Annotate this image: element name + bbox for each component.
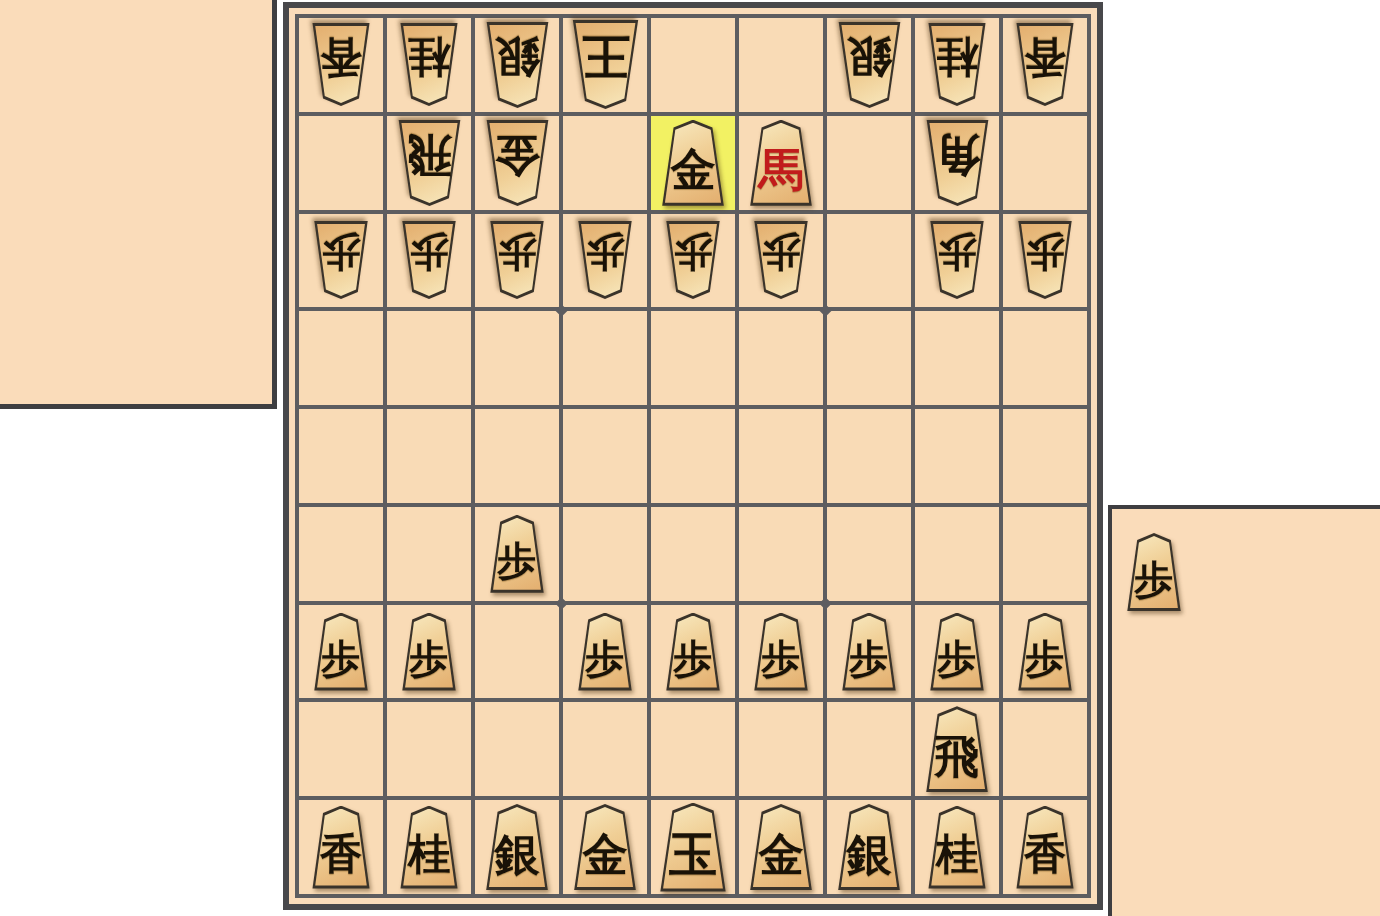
- koma-gote-pawn[interactable]: 歩: [1016, 221, 1074, 299]
- board-cell-46[interactable]: [739, 507, 823, 601]
- koma-kanji: 玉: [669, 816, 717, 878]
- board-cell-47[interactable]: 歩: [739, 605, 823, 699]
- koma-kanji: 歩: [762, 234, 801, 287]
- board-cell-95[interactable]: [299, 409, 383, 503]
- koma-kanji: 歩: [674, 234, 713, 287]
- koma-sente-pawn[interactable]: 歩: [752, 613, 810, 691]
- koma-sente-silver[interactable]: 銀: [484, 804, 551, 890]
- koma-gote-lance[interactable]: 香: [310, 23, 372, 106]
- board-cell-39[interactable]: 銀: [827, 800, 911, 894]
- koma-gote-pawn[interactable]: 歩: [752, 221, 810, 299]
- koma-gote-rook[interactable]: 飛: [396, 120, 463, 206]
- koma-kanji: 飛: [935, 720, 980, 779]
- koma-sente-pawn[interactable]: 歩: [664, 613, 722, 691]
- koma-kanji: 歩: [850, 625, 889, 678]
- board-cell-94[interactable]: [299, 311, 383, 405]
- koma-kanji: 桂: [408, 819, 450, 875]
- board-cell-67[interactable]: 歩: [563, 605, 647, 699]
- sente-hand-tray: 歩: [1108, 505, 1380, 916]
- koma-sente-knight[interactable]: 桂: [398, 806, 460, 889]
- board-cell-85[interactable]: [387, 409, 471, 503]
- koma-sente-lance[interactable]: 香: [1014, 806, 1076, 889]
- board-cell-64[interactable]: [563, 311, 647, 405]
- koma-sente-pawn[interactable]: 歩: [576, 613, 634, 691]
- board-cell-49[interactable]: 金: [739, 800, 823, 894]
- koma-kanji: 銀: [847, 818, 892, 877]
- board-cell-37[interactable]: 歩: [827, 605, 911, 699]
- board-cell-77[interactable]: [475, 605, 559, 699]
- koma-kanji: 歩: [498, 234, 537, 287]
- board-cell-11[interactable]: 香: [1003, 18, 1087, 112]
- koma-gote-silver[interactable]: 銀: [484, 22, 551, 108]
- koma-sente-gold[interactable]: 金: [660, 120, 727, 206]
- koma-kanji: 歩: [1026, 625, 1065, 678]
- board-cell-59[interactable]: 玉: [651, 800, 735, 894]
- board-cell-28[interactable]: 飛: [915, 702, 999, 796]
- board-cell-79[interactable]: 銀: [475, 800, 559, 894]
- koma-sente-pawn[interactable]: 歩: [840, 613, 898, 691]
- koma-kanji: 歩: [762, 625, 801, 678]
- board-cell-88[interactable]: [387, 702, 471, 796]
- board-cell-58[interactable]: [651, 702, 735, 796]
- board-cell-45[interactable]: [739, 409, 823, 503]
- board-cell-16[interactable]: [1003, 507, 1087, 601]
- board-cell-53[interactable]: 歩: [651, 214, 735, 308]
- koma-sente-pawn[interactable]: 歩: [400, 613, 458, 691]
- koma-sente-pawn[interactable]: 歩: [928, 613, 986, 691]
- board-cell-21[interactable]: 桂: [915, 18, 999, 112]
- koma-sente-silver[interactable]: 銀: [836, 804, 903, 890]
- board-cell-36[interactable]: [827, 507, 911, 601]
- koma-kanji: 香: [320, 819, 362, 875]
- board-cell-65[interactable]: [563, 409, 647, 503]
- board-cell-62[interactable]: [563, 116, 647, 210]
- koma-kanji: 香: [1024, 37, 1066, 93]
- shogi-board: 香桂銀王銀桂香飛金金馬角歩歩歩歩歩歩歩歩歩歩歩歩歩歩歩歩歩飛香桂銀金玉金銀桂香: [283, 2, 1103, 910]
- board-cell-35[interactable]: [827, 409, 911, 503]
- koma-gote-gold[interactable]: 金: [484, 120, 551, 206]
- koma-sente-rook[interactable]: 飛: [924, 706, 991, 792]
- koma-kanji: 馬: [759, 133, 804, 192]
- koma-kanji: 歩: [938, 234, 977, 287]
- koma-kanji: 桂: [936, 37, 978, 93]
- koma-gote-pawn[interactable]: 歩: [312, 221, 370, 299]
- board-cell-31[interactable]: 銀: [827, 18, 911, 112]
- board-cell-14[interactable]: [1003, 311, 1087, 405]
- board-cell-56[interactable]: [651, 507, 735, 601]
- board-cell-73[interactable]: 歩: [475, 214, 559, 308]
- koma-sente-king-sente[interactable]: 玉: [658, 803, 729, 892]
- board-cell-78[interactable]: [475, 702, 559, 796]
- board-cell-32[interactable]: [827, 116, 911, 210]
- koma-gote-pawn[interactable]: 歩: [488, 221, 546, 299]
- board-cell-55[interactable]: [651, 409, 735, 503]
- board-cell-57[interactable]: 歩: [651, 605, 735, 699]
- board-cell-25[interactable]: [915, 409, 999, 503]
- koma-gote-lance[interactable]: 香: [1014, 23, 1076, 106]
- board-cell-23[interactable]: 歩: [915, 214, 999, 308]
- koma-sente-lance[interactable]: 香: [310, 806, 372, 889]
- sente-hand-pieces: 歩: [1125, 533, 1380, 611]
- board-cell-81[interactable]: 桂: [387, 18, 471, 112]
- koma-sente-pawn[interactable]: 歩: [312, 613, 370, 691]
- board-cell-19[interactable]: 香: [1003, 800, 1087, 894]
- board-cell-93[interactable]: 歩: [299, 214, 383, 308]
- koma-kanji: 銀: [847, 35, 892, 94]
- board-cell-89[interactable]: 桂: [387, 800, 471, 894]
- board-cell-34[interactable]: [827, 311, 911, 405]
- koma-kanji: 歩: [674, 625, 713, 678]
- board-cell-96[interactable]: [299, 507, 383, 601]
- koma-sente-pawn[interactable]: 歩: [488, 515, 546, 593]
- koma-gote-knight[interactable]: 桂: [398, 23, 460, 106]
- board-cell-76[interactable]: 歩: [475, 507, 559, 601]
- koma-kanji: 飛: [407, 133, 452, 192]
- board-cell-61[interactable]: 王: [563, 18, 647, 112]
- koma-sente-knight[interactable]: 桂: [926, 806, 988, 889]
- koma-kanji: 香: [1024, 819, 1066, 875]
- koma-kanji: 歩: [322, 625, 361, 678]
- koma-sente-gold[interactable]: 金: [572, 804, 639, 890]
- koma-kanji: 金: [671, 133, 716, 192]
- board-cell-69[interactable]: 金: [563, 800, 647, 894]
- board-cell-75[interactable]: [475, 409, 559, 503]
- board-cell-26[interactable]: [915, 507, 999, 601]
- board-cell-27[interactable]: 歩: [915, 605, 999, 699]
- koma-sente-gold[interactable]: 金: [748, 804, 815, 890]
- board-cell-68[interactable]: [563, 702, 647, 796]
- board-cell-18[interactable]: [1003, 702, 1087, 796]
- koma-gote-knight[interactable]: 桂: [926, 23, 988, 106]
- board-cell-84[interactable]: [387, 311, 471, 405]
- koma-sente-pawn[interactable]: 歩: [1125, 533, 1183, 611]
- koma-kanji: 王: [581, 34, 629, 96]
- koma-gote-pawn[interactable]: 歩: [664, 221, 722, 299]
- board-cell-44[interactable]: [739, 311, 823, 405]
- board-cell-24[interactable]: [915, 311, 999, 405]
- koma-kanji: 歩: [410, 625, 449, 678]
- board-cell-71[interactable]: 銀: [475, 18, 559, 112]
- board-cell-86[interactable]: [387, 507, 471, 601]
- koma-kanji: 金: [583, 818, 628, 877]
- board-cell-83[interactable]: 歩: [387, 214, 471, 308]
- koma-kanji: 歩: [322, 234, 361, 287]
- koma-kanji: 歩: [586, 234, 625, 287]
- gote-hand-tray: [0, 0, 277, 409]
- board-cell-12[interactable]: [1003, 116, 1087, 210]
- koma-kanji: 歩: [1026, 234, 1065, 287]
- board-cell-72[interactable]: 金: [475, 116, 559, 210]
- board-cell-41[interactable]: [739, 18, 823, 112]
- board-cell-33[interactable]: [827, 214, 911, 308]
- board-cell-51[interactable]: [651, 18, 735, 112]
- koma-kanji: 金: [495, 133, 540, 192]
- koma-kanji: 銀: [495, 818, 540, 877]
- board-cell-48[interactable]: [739, 702, 823, 796]
- koma-kanji: 角: [935, 133, 980, 192]
- board-cell-92[interactable]: [299, 116, 383, 210]
- board-cell-54[interactable]: [651, 311, 735, 405]
- board-cell-87[interactable]: 歩: [387, 605, 471, 699]
- board-cell-22[interactable]: 角: [915, 116, 999, 210]
- board-cell-91[interactable]: 香: [299, 18, 383, 112]
- koma-kanji: 桂: [408, 37, 450, 93]
- koma-gote-silver[interactable]: 銀: [836, 22, 903, 108]
- board-cell-66[interactable]: [563, 507, 647, 601]
- shogi-board-grid: 香桂銀王銀桂香飛金金馬角歩歩歩歩歩歩歩歩歩歩歩歩歩歩歩歩歩飛香桂銀金玉金銀桂香: [295, 14, 1091, 898]
- board-cell-98[interactable]: [299, 702, 383, 796]
- board-cell-63[interactable]: 歩: [563, 214, 647, 308]
- board-cell-74[interactable]: [475, 311, 559, 405]
- board-cell-17[interactable]: 歩: [1003, 605, 1087, 699]
- board-cell-52[interactable]: 金: [651, 116, 735, 210]
- board-cell-82[interactable]: 飛: [387, 116, 471, 210]
- koma-kanji: 金: [759, 818, 804, 877]
- board-cell-97[interactable]: 歩: [299, 605, 383, 699]
- koma-gote-bishop[interactable]: 角: [924, 120, 991, 206]
- koma-kanji: 桂: [936, 819, 978, 875]
- koma-kanji: 歩: [586, 625, 625, 678]
- koma-sente-promoted-bishop[interactable]: 馬: [748, 120, 815, 206]
- koma-gote-pawn[interactable]: 歩: [576, 221, 634, 299]
- board-cell-15[interactable]: [1003, 409, 1087, 503]
- koma-gote-pawn[interactable]: 歩: [928, 221, 986, 299]
- board-cell-13[interactable]: 歩: [1003, 214, 1087, 308]
- koma-kanji: 歩: [1135, 546, 1174, 599]
- koma-gote-pawn[interactable]: 歩: [400, 221, 458, 299]
- koma-kanji: 香: [320, 37, 362, 93]
- koma-gote-king-gote[interactable]: 王: [570, 20, 641, 109]
- koma-kanji: 歩: [498, 527, 537, 580]
- board-cell-43[interactable]: 歩: [739, 214, 823, 308]
- board-cell-42[interactable]: 馬: [739, 116, 823, 210]
- koma-kanji: 銀: [495, 35, 540, 94]
- koma-sente-pawn[interactable]: 歩: [1016, 613, 1074, 691]
- koma-kanji: 歩: [410, 234, 449, 287]
- koma-kanji: 歩: [938, 625, 977, 678]
- board-cell-38[interactable]: [827, 702, 911, 796]
- board-cell-99[interactable]: 香: [299, 800, 383, 894]
- board-cell-29[interactable]: 桂: [915, 800, 999, 894]
